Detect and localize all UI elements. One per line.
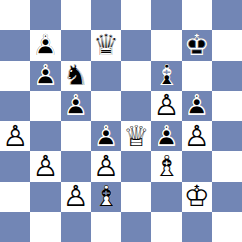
black-knight-fill-icon: ♞ <box>61 61 91 91</box>
square-b8[interactable] <box>30 0 60 30</box>
square-c3[interactable] <box>61 151 91 181</box>
black-pawn-fill-icon: ♟ <box>91 121 121 151</box>
square-f7[interactable] <box>151 30 181 60</box>
white-queen-fill-icon: ♛ <box>121 121 151 151</box>
piece-white-pawn[interactable]: ♟♙ <box>182 121 212 151</box>
black-knight-icon: ♘ <box>61 61 91 91</box>
square-e8[interactable] <box>121 0 151 30</box>
square-f6[interactable]: ♝♗ <box>151 61 181 91</box>
square-e6[interactable] <box>121 61 151 91</box>
square-f3[interactable]: ♝♗ <box>151 151 181 181</box>
square-b1[interactable] <box>30 212 60 242</box>
white-king-icon: ♔ <box>182 182 212 212</box>
square-a2[interactable] <box>0 182 30 212</box>
square-a7[interactable] <box>0 30 30 60</box>
square-d2[interactable]: ♝♗ <box>91 182 121 212</box>
square-g5[interactable]: ♟♙ <box>182 91 212 121</box>
black-pawn-fill-icon: ♟ <box>61 91 91 121</box>
black-king-icon: ♔ <box>182 30 212 60</box>
black-queen-fill-icon: ♛ <box>91 30 121 60</box>
black-pawn-fill-icon: ♟ <box>182 91 212 121</box>
white-bishop-icon: ♗ <box>151 151 181 181</box>
square-h4[interactable] <box>212 121 242 151</box>
piece-white-bishop[interactable]: ♝♗ <box>91 182 121 212</box>
square-d5[interactable] <box>91 91 121 121</box>
piece-black-pawn[interactable]: ♟♙ <box>61 91 91 121</box>
white-bishop-fill-icon: ♝ <box>151 151 181 181</box>
square-f4[interactable]: ♟♙ <box>151 121 181 151</box>
square-a3[interactable] <box>0 151 30 181</box>
white-bishop-fill-icon: ♝ <box>91 182 121 212</box>
square-e3[interactable] <box>121 151 151 181</box>
square-b5[interactable] <box>30 91 60 121</box>
piece-white-pawn[interactable]: ♟♙ <box>151 91 181 121</box>
square-c6[interactable]: ♞♘ <box>61 61 91 91</box>
piece-white-pawn[interactable]: ♟♙ <box>0 121 30 151</box>
white-pawn-fill-icon: ♟ <box>61 182 91 212</box>
square-a5[interactable] <box>0 91 30 121</box>
square-e2[interactable] <box>121 182 151 212</box>
square-g2[interactable]: ♚♔ <box>182 182 212 212</box>
square-b4[interactable] <box>30 121 60 151</box>
square-e5[interactable] <box>121 91 151 121</box>
piece-black-pawn[interactable]: ♟♙ <box>30 61 60 91</box>
black-queen-icon: ♕ <box>91 30 121 60</box>
square-d6[interactable] <box>91 61 121 91</box>
piece-black-bishop[interactable]: ♝♗ <box>151 61 181 91</box>
piece-black-pawn[interactable]: ♟♙ <box>151 121 181 151</box>
black-bishop-fill-icon: ♝ <box>151 61 181 91</box>
piece-black-pawn[interactable]: ♟♙ <box>91 121 121 151</box>
square-b7[interactable]: ♟♙ <box>30 30 60 60</box>
square-a8[interactable] <box>0 0 30 30</box>
square-g6[interactable] <box>182 61 212 91</box>
square-h7[interactable] <box>212 30 242 60</box>
square-f5[interactable]: ♟♙ <box>151 91 181 121</box>
piece-black-knight[interactable]: ♞♘ <box>61 61 91 91</box>
square-d8[interactable] <box>91 0 121 30</box>
piece-white-pawn[interactable]: ♟♙ <box>61 182 91 212</box>
black-pawn-fill-icon: ♟ <box>30 30 60 60</box>
square-c8[interactable] <box>61 0 91 30</box>
square-b3[interactable]: ♟♙ <box>30 151 60 181</box>
square-f8[interactable] <box>151 0 181 30</box>
black-pawn-fill-icon: ♟ <box>30 61 60 91</box>
white-pawn-icon: ♙ <box>30 151 60 181</box>
square-c2[interactable]: ♟♙ <box>61 182 91 212</box>
black-pawn-icon: ♙ <box>91 121 121 151</box>
square-a1[interactable] <box>0 212 30 242</box>
square-e7[interactable] <box>121 30 151 60</box>
black-pawn-icon: ♙ <box>182 91 212 121</box>
square-f2[interactable] <box>151 182 181 212</box>
white-pawn-icon: ♙ <box>0 121 30 151</box>
square-g4[interactable]: ♟♙ <box>182 121 212 151</box>
white-pawn-icon: ♙ <box>61 182 91 212</box>
piece-black-pawn[interactable]: ♟♙ <box>182 91 212 121</box>
square-h1[interactable] <box>212 212 242 242</box>
square-h6[interactable] <box>212 61 242 91</box>
white-pawn-icon: ♙ <box>182 121 212 151</box>
square-g8[interactable] <box>182 0 212 30</box>
piece-black-pawn[interactable]: ♟♙ <box>30 30 60 60</box>
square-d3[interactable]: ♟♙ <box>91 151 121 181</box>
square-c1[interactable] <box>61 212 91 242</box>
piece-white-pawn[interactable]: ♟♙ <box>91 151 121 181</box>
square-e1[interactable] <box>121 212 151 242</box>
square-h2[interactable] <box>212 182 242 212</box>
white-bishop-icon: ♗ <box>91 182 121 212</box>
square-e4[interactable]: ♛♕ <box>121 121 151 151</box>
black-king-fill-icon: ♚ <box>182 30 212 60</box>
square-b6[interactable]: ♟♙ <box>30 61 60 91</box>
white-king-fill-icon: ♚ <box>182 182 212 212</box>
square-c5[interactable]: ♟♙ <box>61 91 91 121</box>
piece-white-king[interactable]: ♚♔ <box>182 182 212 212</box>
square-a4[interactable]: ♟♙ <box>0 121 30 151</box>
square-g1[interactable] <box>182 212 212 242</box>
square-h5[interactable] <box>212 91 242 121</box>
square-c4[interactable] <box>61 121 91 151</box>
square-h3[interactable] <box>212 151 242 181</box>
square-f1[interactable] <box>151 212 181 242</box>
square-c7[interactable] <box>61 30 91 60</box>
chess-board: ♟♙♛♕♚♔♟♙♞♘♝♗♟♙♟♙♟♙♟♙♟♙♛♕♟♙♟♙♟♙♟♙♝♗♟♙♝♗♚♔ <box>0 0 242 242</box>
square-d4[interactable]: ♟♙ <box>91 121 121 151</box>
white-pawn-fill-icon: ♟ <box>0 121 30 151</box>
black-pawn-icon: ♙ <box>30 30 60 60</box>
white-pawn-icon: ♙ <box>151 91 181 121</box>
square-b2[interactable] <box>30 182 60 212</box>
square-d1[interactable] <box>91 212 121 242</box>
white-pawn-fill-icon: ♟ <box>151 91 181 121</box>
piece-white-queen[interactable]: ♛♕ <box>121 121 151 151</box>
piece-black-queen[interactable]: ♛♕ <box>91 30 121 60</box>
white-pawn-icon: ♙ <box>91 151 121 181</box>
square-d7[interactable]: ♛♕ <box>91 30 121 60</box>
piece-black-king[interactable]: ♚♔ <box>182 30 212 60</box>
white-pawn-fill-icon: ♟ <box>30 151 60 181</box>
black-pawn-fill-icon: ♟ <box>151 121 181 151</box>
square-g3[interactable] <box>182 151 212 181</box>
piece-white-bishop[interactable]: ♝♗ <box>151 151 181 181</box>
white-pawn-fill-icon: ♟ <box>182 121 212 151</box>
black-pawn-icon: ♙ <box>151 121 181 151</box>
white-pawn-fill-icon: ♟ <box>91 151 121 181</box>
black-pawn-icon: ♙ <box>61 91 91 121</box>
white-queen-icon: ♕ <box>121 121 151 151</box>
square-g7[interactable]: ♚♔ <box>182 30 212 60</box>
black-pawn-icon: ♙ <box>30 61 60 91</box>
piece-white-pawn[interactable]: ♟♙ <box>30 151 60 181</box>
square-h8[interactable] <box>212 0 242 30</box>
square-a6[interactable] <box>0 61 30 91</box>
black-bishop-icon: ♗ <box>151 61 181 91</box>
